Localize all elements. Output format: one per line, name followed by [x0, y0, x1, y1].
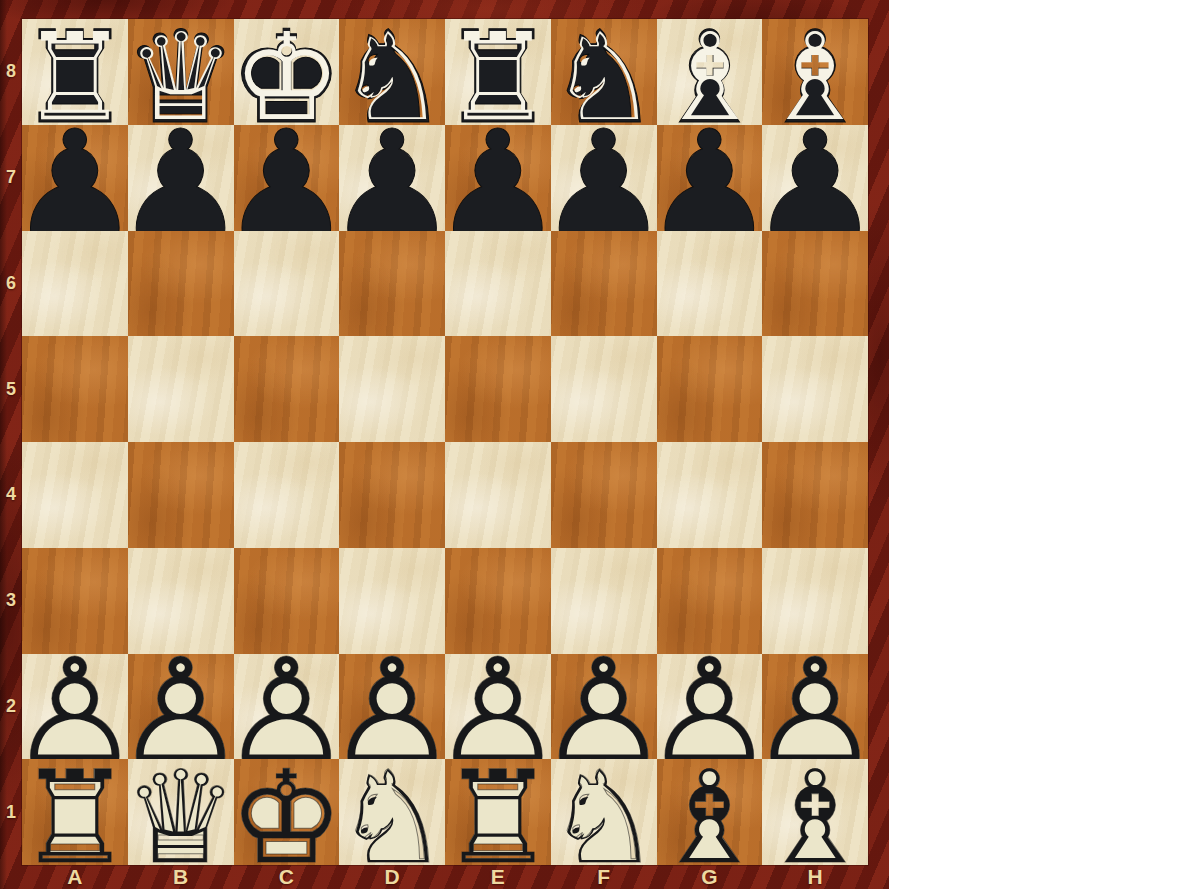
square-e5[interactable]: [445, 336, 551, 442]
square-d5[interactable]: [339, 336, 445, 442]
square-g1[interactable]: ♝♗: [657, 759, 763, 865]
square-e7[interactable]: ♟♙: [445, 125, 551, 231]
file-label-g: G: [657, 865, 763, 889]
piece-outline-glyph: ♔: [237, 28, 336, 127]
square-d2[interactable]: ♟♙: [339, 654, 445, 760]
piece-fill-glyph: ♟: [339, 660, 445, 766]
piece-fill-glyph: ♛: [128, 25, 234, 131]
piece-fill-glyph: ♞: [551, 765, 657, 871]
piece-fill-glyph: ♜: [445, 765, 551, 871]
piece-outline-glyph: ♙: [234, 660, 340, 766]
black-pawn-piece: ♟♙: [445, 125, 551, 231]
piece-fill-glyph: ♟: [445, 131, 551, 237]
chessboard-frame: ♜♖♛♕♚♔♞♘♜♖♞♘♝♗♝♗♟♙♟♙♟♙♟♙♟♙♟♙♟♙♟♙♟♙♟♙♟♙♟♙…: [0, 0, 889, 889]
piece-fill-glyph: ♜: [22, 765, 128, 871]
rank-label-4: 4: [0, 442, 22, 548]
square-d8[interactable]: ♞♘: [339, 19, 445, 125]
piece-fill-glyph: ♟: [657, 660, 763, 766]
piece-fill-glyph: ♟: [339, 131, 445, 237]
piece-outline-glyph: ♗: [660, 28, 759, 127]
white-rook-piece: ♜♖: [445, 759, 551, 865]
square-h2[interactable]: ♟♙: [762, 654, 868, 760]
black-bishop-piece: ♝♗: [657, 19, 763, 125]
piece-fill-glyph: ♟: [551, 660, 657, 766]
piece-fill-glyph: ♟: [234, 660, 340, 766]
square-d4[interactable]: [339, 442, 445, 548]
file-label-d: D: [339, 865, 445, 889]
square-e8[interactable]: ♜♖: [445, 19, 551, 125]
rank-label-1: 1: [0, 759, 22, 865]
board-squares: ♜♖♛♕♚♔♞♘♜♖♞♘♝♗♝♗♟♙♟♙♟♙♟♙♟♙♟♙♟♙♟♙♟♙♟♙♟♙♟♙…: [22, 19, 868, 865]
black-pawn-piece: ♟♙: [551, 125, 657, 231]
square-c2[interactable]: ♟♙: [234, 654, 340, 760]
square-b4[interactable]: [128, 442, 234, 548]
piece-outline-glyph: ♙: [128, 660, 234, 766]
piece-fill-glyph: ♜: [445, 25, 551, 131]
square-b5[interactable]: [128, 336, 234, 442]
white-bishop-piece: ♝♗: [657, 759, 763, 865]
piece-fill-glyph: ♝: [762, 765, 868, 871]
piece-outline-glyph: ♕: [131, 28, 230, 127]
file-label-b: B: [128, 865, 234, 889]
black-knight-piece: ♞♘: [551, 19, 657, 125]
black-pawn-piece: ♟♙: [22, 125, 128, 231]
piece-outline-glyph: ♕: [128, 765, 234, 871]
square-f4[interactable]: [551, 442, 657, 548]
square-g2[interactable]: ♟♙: [657, 654, 763, 760]
piece-outline-glyph: ♘: [339, 765, 445, 871]
square-b7[interactable]: ♟♙: [128, 125, 234, 231]
white-pawn-piece: ♟♙: [22, 654, 128, 760]
square-a8[interactable]: ♜♖: [22, 19, 128, 125]
piece-outline-glyph: ♖: [445, 765, 551, 871]
square-g8[interactable]: ♝♗: [657, 19, 763, 125]
square-a3[interactable]: [22, 548, 128, 654]
square-d3[interactable]: [339, 548, 445, 654]
square-c3[interactable]: [234, 548, 340, 654]
square-a7[interactable]: ♟♙: [22, 125, 128, 231]
square-h4[interactable]: [762, 442, 868, 548]
piece-fill-glyph: ♝: [657, 25, 763, 131]
white-pawn-piece: ♟♙: [339, 654, 445, 760]
square-b6[interactable]: [128, 231, 234, 337]
square-e6[interactable]: [445, 231, 551, 337]
square-d7[interactable]: ♟♙: [339, 125, 445, 231]
square-h1[interactable]: ♝♗: [762, 759, 868, 865]
piece-fill-glyph: ♟: [762, 131, 868, 237]
square-h6[interactable]: [762, 231, 868, 337]
square-f6[interactable]: [551, 231, 657, 337]
square-f2[interactable]: ♟♙: [551, 654, 657, 760]
square-c1[interactable]: ♚♔: [234, 759, 340, 865]
piece-fill-glyph: ♜: [22, 25, 128, 131]
square-a6[interactable]: [22, 231, 128, 337]
file-label-a: A: [22, 865, 128, 889]
black-queen-piece: ♛♕: [128, 19, 234, 125]
piece-fill-glyph: ♞: [339, 765, 445, 871]
piece-fill-glyph: ♚: [234, 25, 340, 131]
piece-outline-glyph: ♘: [554, 28, 653, 127]
square-f1[interactable]: ♞♘: [551, 759, 657, 865]
piece-outline-glyph: ♗: [765, 28, 864, 127]
piece-outline-glyph: ♙: [339, 660, 445, 766]
square-c8[interactable]: ♚♔: [234, 19, 340, 125]
piece-fill-glyph: ♟: [22, 660, 128, 766]
piece-fill-glyph: ♟: [22, 131, 128, 237]
square-g7[interactable]: ♟♙: [657, 125, 763, 231]
piece-outline-glyph: ♖: [448, 28, 547, 127]
rank-label-7: 7: [0, 125, 22, 231]
piece-outline-glyph: ♙: [762, 660, 868, 766]
square-c5[interactable]: [234, 336, 340, 442]
square-a1[interactable]: ♜♖: [22, 759, 128, 865]
square-b2[interactable]: ♟♙: [128, 654, 234, 760]
black-pawn-piece: ♟♙: [762, 125, 868, 231]
file-label-c: C: [234, 865, 340, 889]
white-pawn-piece: ♟♙: [762, 654, 868, 760]
piece-fill-glyph: ♝: [657, 765, 763, 871]
file-label-f: F: [551, 865, 657, 889]
white-pawn-piece: ♟♙: [445, 654, 551, 760]
piece-fill-glyph: ♛: [128, 765, 234, 871]
square-c6[interactable]: [234, 231, 340, 337]
black-pawn-piece: ♟♙: [339, 125, 445, 231]
piece-fill-glyph: ♟: [234, 131, 340, 237]
square-f5[interactable]: [551, 336, 657, 442]
rank-label-3: 3: [0, 548, 22, 654]
file-label-e: E: [445, 865, 551, 889]
square-a4[interactable]: [22, 442, 128, 548]
square-e4[interactable]: [445, 442, 551, 548]
square-f8[interactable]: ♞♘: [551, 19, 657, 125]
square-d1[interactable]: ♞♘: [339, 759, 445, 865]
white-rook-piece: ♜♖: [22, 759, 128, 865]
square-g3[interactable]: [657, 548, 763, 654]
piece-fill-glyph: ♚: [234, 765, 340, 871]
black-king-piece: ♚♔: [234, 19, 340, 125]
white-pawn-piece: ♟♙: [657, 654, 763, 760]
rank-label-2: 2: [0, 654, 22, 760]
white-pawn-piece: ♟♙: [551, 654, 657, 760]
white-pawn-piece: ♟♙: [128, 654, 234, 760]
square-a5[interactable]: [22, 336, 128, 442]
piece-outline-glyph: ♗: [657, 765, 763, 871]
square-g4[interactable]: [657, 442, 763, 548]
square-c7[interactable]: ♟♙: [234, 125, 340, 231]
black-bishop-piece: ♝♗: [762, 19, 868, 125]
piece-fill-glyph: ♞: [551, 25, 657, 131]
square-e1[interactable]: ♜♖: [445, 759, 551, 865]
square-e3[interactable]: [445, 548, 551, 654]
white-king-piece: ♚♔: [234, 759, 340, 865]
piece-fill-glyph: ♞: [339, 25, 445, 131]
rank-label-8: 8: [0, 19, 22, 125]
piece-outline-glyph: ♔: [234, 765, 340, 871]
piece-fill-glyph: ♝: [762, 25, 868, 131]
black-pawn-piece: ♟♙: [234, 125, 340, 231]
piece-outline-glyph: ♙: [22, 660, 128, 766]
rank-label-5: 5: [0, 336, 22, 442]
square-h7[interactable]: ♟♙: [762, 125, 868, 231]
piece-outline-glyph: ♘: [551, 765, 657, 871]
square-b3[interactable]: [128, 548, 234, 654]
piece-fill-glyph: ♟: [551, 131, 657, 237]
square-f7[interactable]: ♟♙: [551, 125, 657, 231]
piece-outline-glyph: ♙: [657, 660, 763, 766]
black-knight-piece: ♞♘: [339, 19, 445, 125]
file-label-h: H: [762, 865, 868, 889]
square-d6[interactable]: [339, 231, 445, 337]
piece-outline-glyph: ♖: [25, 28, 124, 127]
black-rook-piece: ♜♖: [22, 19, 128, 125]
square-h3[interactable]: [762, 548, 868, 654]
square-c4[interactable]: [234, 442, 340, 548]
square-e2[interactable]: ♟♙: [445, 654, 551, 760]
square-h8[interactable]: ♝♗: [762, 19, 868, 125]
square-g5[interactable]: [657, 336, 763, 442]
square-a2[interactable]: ♟♙: [22, 654, 128, 760]
piece-outline-glyph: ♘: [342, 28, 441, 127]
piece-fill-glyph: ♟: [445, 660, 551, 766]
black-rook-piece: ♜♖: [445, 19, 551, 125]
black-pawn-piece: ♟♙: [128, 125, 234, 231]
white-pawn-piece: ♟♙: [234, 654, 340, 760]
white-knight-piece: ♞♘: [551, 759, 657, 865]
white-queen-piece: ♛♕: [128, 759, 234, 865]
piece-fill-glyph: ♟: [128, 131, 234, 237]
square-f3[interactable]: [551, 548, 657, 654]
piece-outline-glyph: ♖: [22, 765, 128, 871]
piece-outline-glyph: ♙: [445, 660, 551, 766]
square-b8[interactable]: ♛♕: [128, 19, 234, 125]
piece-outline-glyph: ♙: [551, 660, 657, 766]
square-b1[interactable]: ♛♕: [128, 759, 234, 865]
square-h5[interactable]: [762, 336, 868, 442]
rank-label-6: 6: [0, 231, 22, 337]
piece-outline-glyph: ♗: [762, 765, 868, 871]
piece-fill-glyph: ♟: [762, 660, 868, 766]
square-g6[interactable]: [657, 231, 763, 337]
piece-fill-glyph: ♟: [657, 131, 763, 237]
black-pawn-piece: ♟♙: [657, 125, 763, 231]
white-bishop-piece: ♝♗: [762, 759, 868, 865]
white-knight-piece: ♞♘: [339, 759, 445, 865]
piece-fill-glyph: ♟: [128, 660, 234, 766]
